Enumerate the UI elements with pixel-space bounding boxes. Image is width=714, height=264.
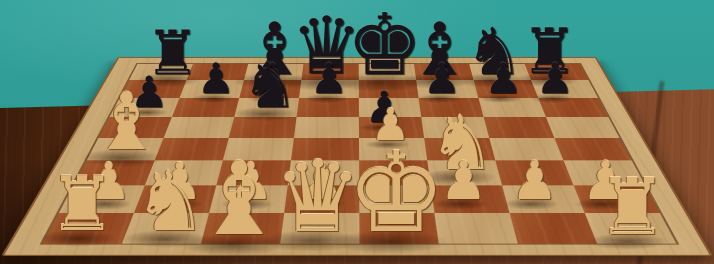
square-g4 xyxy=(489,138,563,161)
square-h3 xyxy=(563,160,645,185)
square-a5 xyxy=(99,117,172,138)
square-b2 xyxy=(134,185,216,213)
square-e8 xyxy=(359,64,416,80)
square-h7 xyxy=(531,80,598,98)
square-d2 xyxy=(284,185,359,213)
square-f5 xyxy=(421,117,489,138)
square-h4 xyxy=(554,138,631,161)
square-a7 xyxy=(120,80,187,98)
square-c7 xyxy=(239,80,301,98)
square-g5 xyxy=(484,117,555,138)
square-g7 xyxy=(474,80,539,98)
square-c8 xyxy=(244,64,304,80)
square-c2 xyxy=(209,185,288,213)
square-b4 xyxy=(155,138,229,161)
square-d6 xyxy=(297,98,359,117)
photo-chess-scene: ♜♝♛♚♝♞♜♟♟♟♟♟♟♟♞♟♝♟♞♟♟♟♟♟♟♟♜♞♝♛♚♜ xyxy=(0,0,714,264)
square-b6 xyxy=(172,98,239,117)
square-h5 xyxy=(546,117,620,138)
square-g3 xyxy=(495,160,573,185)
square-f4 xyxy=(424,138,495,161)
square-h2 xyxy=(574,185,660,213)
square-c3 xyxy=(216,160,291,185)
square-g2 xyxy=(502,185,585,213)
square-e4 xyxy=(359,138,427,161)
square-c5 xyxy=(229,117,297,138)
square-e2 xyxy=(359,185,434,213)
square-a8 xyxy=(129,64,193,80)
square-d5 xyxy=(294,117,359,138)
square-d8 xyxy=(301,64,358,80)
square-h6 xyxy=(538,98,608,117)
square-d1 xyxy=(280,213,359,244)
square-e7 xyxy=(359,80,419,98)
square-f1 xyxy=(434,213,517,244)
square-d4 xyxy=(291,138,359,161)
square-e3 xyxy=(359,160,431,185)
square-h1 xyxy=(585,213,677,244)
square-f2 xyxy=(431,185,510,213)
square-a1 xyxy=(43,213,134,244)
square-b8 xyxy=(187,64,249,80)
square-g1 xyxy=(510,213,597,244)
square-c1 xyxy=(201,213,284,244)
square-e5 xyxy=(359,117,424,138)
square-g8 xyxy=(469,64,531,80)
square-g6 xyxy=(478,98,545,117)
square-b5 xyxy=(164,117,235,138)
square-d7 xyxy=(299,80,359,98)
square-a2 xyxy=(59,185,145,213)
square-a4 xyxy=(87,138,164,161)
square-e1 xyxy=(359,213,438,244)
square-a6 xyxy=(110,98,180,117)
square-a3 xyxy=(73,160,154,185)
square-f6 xyxy=(419,98,484,117)
board-grid xyxy=(43,64,677,244)
chessboard xyxy=(1,57,712,256)
square-d3 xyxy=(288,160,359,185)
square-b3 xyxy=(145,160,223,185)
square-h8 xyxy=(524,64,588,80)
square-c6 xyxy=(234,98,299,117)
square-f8 xyxy=(414,64,474,80)
square-e6 xyxy=(359,98,421,117)
square-b7 xyxy=(180,80,244,98)
square-b1 xyxy=(122,213,209,244)
square-f3 xyxy=(427,160,502,185)
square-f7 xyxy=(416,80,478,98)
square-c4 xyxy=(223,138,294,161)
